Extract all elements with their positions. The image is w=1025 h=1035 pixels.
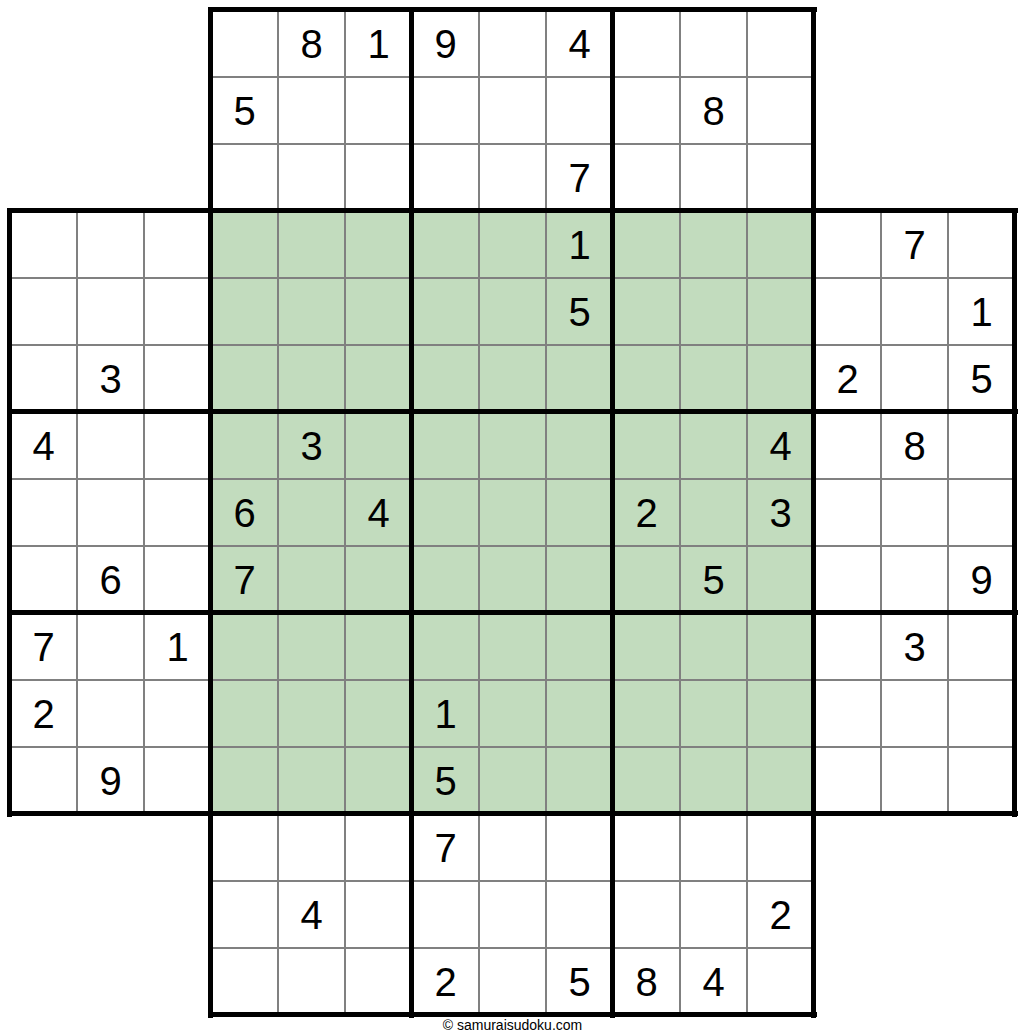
cell-r13c7-given: 7: [412, 814, 479, 881]
cell-r14c6[interactable]: [345, 881, 412, 948]
cell-r4c1[interactable]: [10, 211, 77, 278]
cell-r9c3[interactable]: [144, 546, 211, 613]
cell-r7c2[interactable]: [77, 412, 144, 479]
cell-r9c11-given: 5: [680, 546, 747, 613]
void-corner-cell: [948, 77, 1015, 144]
cell-r10c2[interactable]: [77, 613, 144, 680]
cell-r10c11[interactable]: [680, 613, 747, 680]
cell-r6c15-given: 5: [948, 345, 1015, 412]
cell-r6c12[interactable]: [747, 345, 814, 412]
thick-grid-line-horizontal: [7, 208, 1018, 213]
void-corner-cell: [881, 144, 948, 211]
cell-r10c7[interactable]: [412, 613, 479, 680]
thick-grid-line-vertical: [7, 208, 12, 817]
cell-r7c10[interactable]: [613, 412, 680, 479]
cell-r11c9[interactable]: [546, 680, 613, 747]
cell-r11c8[interactable]: [479, 680, 546, 747]
cell-r6c5[interactable]: [278, 345, 345, 412]
cell-r8c8[interactable]: [479, 479, 546, 546]
cell-r12c4[interactable]: [211, 747, 278, 814]
void-corner-cell: [948, 814, 1015, 881]
cell-r12c11[interactable]: [680, 747, 747, 814]
cell-r4c15[interactable]: [948, 211, 1015, 278]
cell-r11c15[interactable]: [948, 680, 1015, 747]
cell-r11c7-given: 1: [412, 680, 479, 747]
cell-r10c5[interactable]: [278, 613, 345, 680]
cell-r10c13[interactable]: [814, 613, 881, 680]
cell-r6c8[interactable]: [479, 345, 546, 412]
cell-r9c13[interactable]: [814, 546, 881, 613]
void-corner-cell: [10, 814, 77, 881]
cell-r7c13[interactable]: [814, 412, 881, 479]
cell-r12c3[interactable]: [144, 747, 211, 814]
cell-r3c4[interactable]: [211, 144, 278, 211]
cell-r12c14[interactable]: [881, 747, 948, 814]
cell-r3c5[interactable]: [278, 144, 345, 211]
void-corner-cell: [881, 10, 948, 77]
cell-r12c8[interactable]: [479, 747, 546, 814]
cell-r11c14[interactable]: [881, 680, 948, 747]
void-corner-cell: [881, 814, 948, 881]
cell-r10c10[interactable]: [613, 613, 680, 680]
void-corner-cell: [77, 948, 144, 1015]
cell-r9c15-given: 9: [948, 546, 1015, 613]
cell-r7c14-given: 8: [881, 412, 948, 479]
cell-r10c6[interactable]: [345, 613, 412, 680]
cell-r8c10-given: 2: [613, 479, 680, 546]
cell-r11c13[interactable]: [814, 680, 881, 747]
cell-r8c3[interactable]: [144, 479, 211, 546]
cell-r12c10[interactable]: [613, 747, 680, 814]
void-corner-cell: [948, 10, 1015, 77]
cell-r3c12[interactable]: [747, 144, 814, 211]
void-corner-cell: [77, 77, 144, 144]
cell-r8c6-given: 4: [345, 479, 412, 546]
cell-r6c6[interactable]: [345, 345, 412, 412]
void-corner-cell: [10, 881, 77, 948]
cell-r11c5[interactable]: [278, 680, 345, 747]
cell-r7c12-given: 4: [747, 412, 814, 479]
cell-r4c7[interactable]: [412, 211, 479, 278]
thick-grid-line-vertical: [811, 7, 816, 1018]
void-corner-cell: [77, 10, 144, 77]
cell-r13c4[interactable]: [211, 814, 278, 881]
void-corner-cell: [10, 10, 77, 77]
cell-r2c6[interactable]: [345, 77, 412, 144]
cell-r11c6[interactable]: [345, 680, 412, 747]
cell-r4c13[interactable]: [814, 211, 881, 278]
cell-r1c11[interactable]: [680, 10, 747, 77]
cell-r12c1[interactable]: [10, 747, 77, 814]
cell-r5c11[interactable]: [680, 278, 747, 345]
cell-r7c4[interactable]: [211, 412, 278, 479]
cell-r11c1-given: 2: [10, 680, 77, 747]
cell-r8c13[interactable]: [814, 479, 881, 546]
void-corner-cell: [881, 948, 948, 1015]
cell-r4c11[interactable]: [680, 211, 747, 278]
cell-r10c4[interactable]: [211, 613, 278, 680]
cell-r12c6[interactable]: [345, 747, 412, 814]
thick-grid-line-vertical: [208, 7, 213, 1018]
cell-r6c14[interactable]: [881, 345, 948, 412]
cell-r1c6-given: 1: [345, 10, 412, 77]
cell-r15c12[interactable]: [747, 948, 814, 1015]
cell-r4c12[interactable]: [747, 211, 814, 278]
cell-r5c14[interactable]: [881, 278, 948, 345]
cell-r13c8[interactable]: [479, 814, 546, 881]
cell-r11c2[interactable]: [77, 680, 144, 747]
cell-r14c7[interactable]: [412, 881, 479, 948]
void-corner-cell: [881, 77, 948, 144]
cell-r15c10-given: 8: [613, 948, 680, 1015]
cell-r4c5[interactable]: [278, 211, 345, 278]
cell-r2c4-given: 5: [211, 77, 278, 144]
void-corner-cell: [144, 77, 211, 144]
void-corner-cell: [144, 881, 211, 948]
cell-r12c7-given: 5: [412, 747, 479, 814]
cell-r1c10[interactable]: [613, 10, 680, 77]
cell-r8c12-given: 3: [747, 479, 814, 546]
void-corner-cell: [10, 948, 77, 1015]
cell-r15c5[interactable]: [278, 948, 345, 1015]
cell-r10c8[interactable]: [479, 613, 546, 680]
thick-grid-line-horizontal: [7, 610, 1018, 615]
cell-r2c5[interactable]: [278, 77, 345, 144]
copyright-caption: © samuraisudoku.com: [0, 1015, 1025, 1035]
cell-r4c4[interactable]: [211, 211, 278, 278]
cell-r14c10[interactable]: [613, 881, 680, 948]
cell-r7c7[interactable]: [412, 412, 479, 479]
cell-r9c4-given: 7: [211, 546, 278, 613]
void-corner-cell: [144, 814, 211, 881]
void-corner-cell: [948, 948, 1015, 1015]
cell-r13c9[interactable]: [546, 814, 613, 881]
cell-r10c1-given: 7: [10, 613, 77, 680]
cell-r3c8[interactable]: [479, 144, 546, 211]
cell-r8c11[interactable]: [680, 479, 747, 546]
cell-r6c9[interactable]: [546, 345, 613, 412]
thick-grid-line-vertical: [1012, 208, 1017, 817]
cell-r1c12[interactable]: [747, 10, 814, 77]
cell-r11c4[interactable]: [211, 680, 278, 747]
void-corner-cell: [10, 77, 77, 144]
cell-r6c10[interactable]: [613, 345, 680, 412]
cell-r8c15[interactable]: [948, 479, 1015, 546]
cell-r10c15[interactable]: [948, 613, 1015, 680]
cell-r8c2[interactable]: [77, 479, 144, 546]
cell-r12c12[interactable]: [747, 747, 814, 814]
cell-r15c4[interactable]: [211, 948, 278, 1015]
cell-r12c2-given: 9: [77, 747, 144, 814]
cell-r11c3[interactable]: [144, 680, 211, 747]
cell-r13c6[interactable]: [345, 814, 412, 881]
cell-r12c15[interactable]: [948, 747, 1015, 814]
cell-r15c6[interactable]: [345, 948, 412, 1015]
cell-r4c8[interactable]: [479, 211, 546, 278]
cell-r8c14[interactable]: [881, 479, 948, 546]
cell-r3c11[interactable]: [680, 144, 747, 211]
cell-r12c13[interactable]: [814, 747, 881, 814]
cell-r11c12[interactable]: [747, 680, 814, 747]
cell-r5c13[interactable]: [814, 278, 881, 345]
cell-r9c2-given: 6: [77, 546, 144, 613]
cell-r9c14[interactable]: [881, 546, 948, 613]
void-corner-cell: [814, 948, 881, 1015]
cell-r13c5[interactable]: [278, 814, 345, 881]
cell-r5c8[interactable]: [479, 278, 546, 345]
cell-r7c15[interactable]: [948, 412, 1015, 479]
cell-r9c6[interactable]: [345, 546, 412, 613]
cell-r14c9[interactable]: [546, 881, 613, 948]
cell-r9c8[interactable]: [479, 546, 546, 613]
cell-r2c9[interactable]: [546, 77, 613, 144]
void-corner-cell: [77, 881, 144, 948]
void-corner-cell: [948, 144, 1015, 211]
cell-r11c10[interactable]: [613, 680, 680, 747]
cell-r3c6[interactable]: [345, 144, 412, 211]
cell-r2c8[interactable]: [479, 77, 546, 144]
thick-grid-line-horizontal: [7, 811, 1018, 816]
cell-r8c7[interactable]: [412, 479, 479, 546]
void-corner-cell: [814, 77, 881, 144]
cell-r7c9[interactable]: [546, 412, 613, 479]
cell-r14c5-given: 4: [278, 881, 345, 948]
thick-grid-line-horizontal: [7, 409, 1018, 414]
cell-r15c7-given: 2: [412, 948, 479, 1015]
cell-r7c1-given: 4: [10, 412, 77, 479]
cell-r1c5-given: 8: [278, 10, 345, 77]
thick-grid-line-vertical: [409, 7, 414, 1018]
cell-r5c5[interactable]: [278, 278, 345, 345]
cell-r7c6[interactable]: [345, 412, 412, 479]
cell-r5c7[interactable]: [412, 278, 479, 345]
cell-r4c14-given: 7: [881, 211, 948, 278]
cell-r11c11[interactable]: [680, 680, 747, 747]
cell-r1c8[interactable]: [479, 10, 546, 77]
cell-r13c11[interactable]: [680, 814, 747, 881]
cell-r3c10[interactable]: [613, 144, 680, 211]
cell-r9c1[interactable]: [10, 546, 77, 613]
cell-r7c5-given: 3: [278, 412, 345, 479]
void-corner-cell: [144, 144, 211, 211]
cell-r13c12[interactable]: [747, 814, 814, 881]
cell-r13c10[interactable]: [613, 814, 680, 881]
cell-r7c3[interactable]: [144, 412, 211, 479]
void-corner-cell: [814, 881, 881, 948]
cell-r3c7[interactable]: [412, 144, 479, 211]
cell-r5c15-given: 1: [948, 278, 1015, 345]
void-corner-cell: [144, 948, 211, 1015]
cell-r6c7[interactable]: [412, 345, 479, 412]
void-corner-cell: [881, 881, 948, 948]
void-corner-cell: [77, 144, 144, 211]
cell-r8c4-given: 6: [211, 479, 278, 546]
puzzle-canvas: 8194587175132543486423675971321957422584…: [0, 0, 1025, 1035]
cell-r9c10[interactable]: [613, 546, 680, 613]
cell-r10c12[interactable]: [747, 613, 814, 680]
cell-r2c7[interactable]: [412, 77, 479, 144]
cell-r9c9[interactable]: [546, 546, 613, 613]
cell-r5c1[interactable]: [10, 278, 77, 345]
void-corner-cell: [948, 881, 1015, 948]
void-corner-cell: [77, 814, 144, 881]
cell-r14c8[interactable]: [479, 881, 546, 948]
cell-r4c3[interactable]: [144, 211, 211, 278]
cell-r14c4[interactable]: [211, 881, 278, 948]
cell-r5c4[interactable]: [211, 278, 278, 345]
cell-r1c9-given: 4: [546, 10, 613, 77]
cell-r6c11[interactable]: [680, 345, 747, 412]
cell-r12c5[interactable]: [278, 747, 345, 814]
cell-r6c2-given: 3: [77, 345, 144, 412]
cell-r15c11-given: 4: [680, 948, 747, 1015]
cell-r14c12-given: 2: [747, 881, 814, 948]
thick-grid-line-horizontal: [208, 7, 817, 12]
void-corner-cell: [10, 144, 77, 211]
cell-r6c1[interactable]: [10, 345, 77, 412]
cell-r6c3[interactable]: [144, 345, 211, 412]
cell-r3c9-given: 7: [546, 144, 613, 211]
thick-grid-line-vertical: [610, 7, 615, 1018]
cell-r2c12[interactable]: [747, 77, 814, 144]
cell-r9c5[interactable]: [278, 546, 345, 613]
cell-r2c11-given: 8: [680, 77, 747, 144]
cell-r8c9[interactable]: [546, 479, 613, 546]
void-corner-cell: [814, 10, 881, 77]
cell-r15c9-given: 5: [546, 948, 613, 1015]
cell-r9c7[interactable]: [412, 546, 479, 613]
cell-r4c6[interactable]: [345, 211, 412, 278]
cell-r4c9-given: 1: [546, 211, 613, 278]
cell-r7c8[interactable]: [479, 412, 546, 479]
sudoku-board: 8194587175132543486423675971321957422584: [10, 10, 1015, 1015]
cell-r5c2[interactable]: [77, 278, 144, 345]
cell-r10c9[interactable]: [546, 613, 613, 680]
cell-r4c2[interactable]: [77, 211, 144, 278]
cell-r10c3-given: 1: [144, 613, 211, 680]
thick-grid-line-horizontal: [208, 1012, 817, 1017]
cell-r5c12[interactable]: [747, 278, 814, 345]
void-corner-cell: [814, 814, 881, 881]
cell-r4c10[interactable]: [613, 211, 680, 278]
cell-r1c7-given: 9: [412, 10, 479, 77]
cell-r5c10[interactable]: [613, 278, 680, 345]
cell-r7c11[interactable]: [680, 412, 747, 479]
cell-r10c14-given: 3: [881, 613, 948, 680]
cell-r14c11[interactable]: [680, 881, 747, 948]
cell-r5c6[interactable]: [345, 278, 412, 345]
cell-r15c8[interactable]: [479, 948, 546, 1015]
cell-r5c9-given: 5: [546, 278, 613, 345]
cell-r9c12[interactable]: [747, 546, 814, 613]
void-corner-cell: [144, 10, 211, 77]
cell-r8c5[interactable]: [278, 479, 345, 546]
cell-r5c3[interactable]: [144, 278, 211, 345]
cell-r6c13-given: 2: [814, 345, 881, 412]
void-corner-cell: [814, 144, 881, 211]
cell-r1c4[interactable]: [211, 10, 278, 77]
cell-r8c1[interactable]: [10, 479, 77, 546]
cell-r6c4[interactable]: [211, 345, 278, 412]
cell-r12c9[interactable]: [546, 747, 613, 814]
cell-r2c10[interactable]: [613, 77, 680, 144]
